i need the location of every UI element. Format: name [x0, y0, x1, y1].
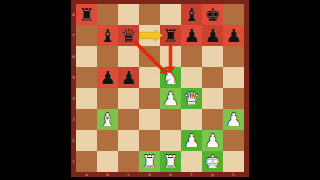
square-c6[interactable]: [118, 46, 139, 67]
square-b3[interactable]: ♝: [97, 109, 118, 130]
square-d5[interactable]: [139, 67, 160, 88]
square-f2[interactable]: ♟: [181, 130, 202, 151]
square-g2[interactable]: ♟: [202, 130, 223, 151]
piece-black-bishop: ♝: [183, 4, 199, 25]
square-g8[interactable]: ♚: [202, 4, 223, 25]
piece-black-pawn: ♟: [225, 25, 241, 46]
file-label-a: a: [76, 172, 97, 177]
piece-black-pawn: ♟: [120, 67, 136, 88]
square-c3[interactable]: [118, 109, 139, 130]
square-f6[interactable]: [181, 46, 202, 67]
piece-white-rook: ♜: [141, 151, 157, 172]
square-e7[interactable]: ♜: [160, 25, 181, 46]
square-h7[interactable]: ♟: [223, 25, 244, 46]
square-b2[interactable]: [97, 130, 118, 151]
piece-white-queen: ♛: [183, 88, 199, 109]
square-a4[interactable]: [76, 88, 97, 109]
square-f3[interactable]: [181, 109, 202, 130]
piece-black-rook: ♜: [78, 4, 94, 25]
square-c1[interactable]: [118, 151, 139, 172]
square-c4[interactable]: [118, 88, 139, 109]
square-a8[interactable]: ♜: [76, 4, 97, 25]
square-f5[interactable]: [181, 67, 202, 88]
thumbnail-stage: 87654321 abcdefgh ♜♝♚♝♛♜♟♟♟♟♟♞♟♛♝♟♟♟♜♜♚: [0, 0, 320, 180]
piece-white-king: ♚: [204, 151, 220, 172]
square-h2[interactable]: [223, 130, 244, 151]
square-d6[interactable]: [139, 46, 160, 67]
square-b1[interactable]: [97, 151, 118, 172]
square-b4[interactable]: [97, 88, 118, 109]
piece-white-knight: ♞: [162, 67, 178, 88]
file-label-h: h: [223, 172, 244, 177]
file-label-g: g: [202, 172, 223, 177]
piece-black-bishop: ♝: [99, 25, 115, 46]
piece-black-pawn: ♟: [99, 67, 115, 88]
square-a1[interactable]: [76, 151, 97, 172]
square-g5[interactable]: [202, 67, 223, 88]
square-e2[interactable]: [160, 130, 181, 151]
square-c8[interactable]: [118, 4, 139, 25]
file-label-e: e: [160, 172, 181, 177]
square-d8[interactable]: [139, 4, 160, 25]
piece-white-bishop: ♝: [99, 109, 115, 130]
piece-white-pawn: ♟: [225, 109, 241, 130]
file-label-f: f: [181, 172, 202, 177]
piece-black-queen: ♛: [120, 25, 136, 46]
square-h4[interactable]: [223, 88, 244, 109]
square-b8[interactable]: [97, 4, 118, 25]
square-c7[interactable]: ♛: [118, 25, 139, 46]
square-f7[interactable]: ♟: [181, 25, 202, 46]
square-d3[interactable]: [139, 109, 160, 130]
piece-white-pawn: ♟: [183, 130, 199, 151]
square-b7[interactable]: ♝: [97, 25, 118, 46]
file-coordinates: abcdefgh: [76, 172, 244, 177]
square-h5[interactable]: [223, 67, 244, 88]
square-a7[interactable]: [76, 25, 97, 46]
file-label-b: b: [97, 172, 118, 177]
square-h3[interactable]: ♟: [223, 109, 244, 130]
file-label-d: d: [139, 172, 160, 177]
square-b6[interactable]: [97, 46, 118, 67]
square-d2[interactable]: [139, 130, 160, 151]
piece-white-rook: ♜: [162, 151, 178, 172]
piece-white-pawn: ♟: [162, 88, 178, 109]
square-e5[interactable]: ♞: [160, 67, 181, 88]
square-g4[interactable]: [202, 88, 223, 109]
square-f8[interactable]: ♝: [181, 4, 202, 25]
square-e4[interactable]: ♟: [160, 88, 181, 109]
square-g1[interactable]: ♚: [202, 151, 223, 172]
piece-black-pawn: ♟: [183, 25, 199, 46]
file-label-c: c: [118, 172, 139, 177]
piece-black-king: ♚: [204, 4, 220, 25]
square-a5[interactable]: [76, 67, 97, 88]
square-g6[interactable]: [202, 46, 223, 67]
square-f1[interactable]: [181, 151, 202, 172]
square-e6[interactable]: [160, 46, 181, 67]
square-h8[interactable]: [223, 4, 244, 25]
square-e3[interactable]: [160, 109, 181, 130]
square-e8[interactable]: [160, 4, 181, 25]
square-a3[interactable]: [76, 109, 97, 130]
square-d4[interactable]: [139, 88, 160, 109]
square-e1[interactable]: ♜: [160, 151, 181, 172]
square-g3[interactable]: [202, 109, 223, 130]
square-h6[interactable]: [223, 46, 244, 67]
square-b5[interactable]: ♟: [97, 67, 118, 88]
square-d1[interactable]: ♜: [139, 151, 160, 172]
square-d7[interactable]: [139, 25, 160, 46]
piece-black-rook: ♜: [162, 25, 178, 46]
square-a6[interactable]: [76, 46, 97, 67]
square-c5[interactable]: ♟: [118, 67, 139, 88]
square-a2[interactable]: [76, 130, 97, 151]
chess-board[interactable]: ♜♝♚♝♛♜♟♟♟♟♟♞♟♛♝♟♟♟♜♜♚: [76, 4, 244, 172]
square-h1[interactable]: [223, 151, 244, 172]
square-f4[interactable]: ♛: [181, 88, 202, 109]
square-g7[interactable]: ♟: [202, 25, 223, 46]
board-frame: 87654321 abcdefgh ♜♝♚♝♛♜♟♟♟♟♟♞♟♛♝♟♟♟♜♜♚: [71, 0, 249, 177]
square-c2[interactable]: [118, 130, 139, 151]
piece-white-pawn: ♟: [204, 130, 220, 151]
piece-black-pawn: ♟: [204, 25, 220, 46]
